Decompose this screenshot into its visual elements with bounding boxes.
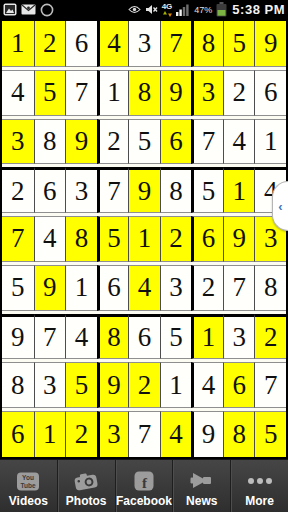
sudoku-cell-r5c6[interactable]: 2 — [160, 216, 192, 262]
status-bar: 4G 47% 5:38 PM — [0, 0, 288, 19]
clock: 5:38 PM — [231, 2, 285, 17]
youtube-icon: YouTube — [16, 469, 40, 493]
sudoku-cell-r9c3[interactable]: 2 — [65, 411, 97, 457]
sudoku-cell-r8c6[interactable]: 1 — [160, 362, 192, 408]
sudoku-area: 1264378594571893263892567412637985147485… — [0, 19, 288, 459]
camera-icon — [72, 469, 100, 493]
mute-icon — [145, 4, 158, 15]
sudoku-cell-r1c3[interactable]: 6 — [65, 21, 97, 67]
sudoku-cell-r5c4[interactable]: 5 — [97, 216, 129, 262]
news-button[interactable]: News — [172, 460, 230, 512]
sudoku-cell-r7c6[interactable]: 5 — [160, 314, 192, 360]
sudoku-cell-r2c1[interactable]: 4 — [2, 70, 34, 116]
sudoku-cell-r8c7[interactable]: 4 — [191, 362, 223, 408]
sudoku-cell-r2c3[interactable]: 7 — [65, 70, 97, 116]
sudoku-cell-r7c7[interactable]: 1 — [191, 314, 223, 360]
videos-label: Videos — [9, 494, 48, 508]
sudoku-cell-r4c2[interactable]: 6 — [34, 167, 66, 213]
battery-percent: 47% — [194, 5, 212, 15]
signal-icon — [176, 4, 190, 16]
network-4g-arrows-icon — [163, 11, 172, 17]
sudoku-cell-r9c8[interactable]: 8 — [223, 411, 255, 457]
sudoku-cell-r9c4[interactable]: 3 — [97, 411, 129, 457]
sudoku-cell-r7c2[interactable]: 7 — [34, 314, 66, 360]
sudoku-cell-r3c2[interactable]: 8 — [34, 119, 66, 165]
status-left-icons — [3, 3, 54, 17]
bottom-toolbar: YouTube Videos Photos f Facebook News Mo… — [0, 459, 288, 512]
sudoku-board: 1264378594571893263892567412637985147485… — [0, 19, 288, 459]
sudoku-cell-r1c4[interactable]: 4 — [97, 21, 129, 67]
sudoku-cell-r3c1[interactable]: 3 — [2, 119, 34, 165]
sudoku-cell-r6c2[interactable]: 9 — [34, 265, 66, 311]
network-type-label: 4G — [162, 3, 173, 11]
sudoku-cell-r2c7[interactable]: 3 — [191, 70, 223, 116]
sudoku-cell-r6c6[interactable]: 3 — [160, 265, 192, 311]
sudoku-cell-r2c4[interactable]: 1 — [97, 70, 129, 116]
sudoku-cell-r3c4[interactable]: 2 — [97, 119, 129, 165]
sudoku-cell-r7c4[interactable]: 8 — [97, 314, 129, 360]
photos-label: Photos — [66, 494, 107, 508]
videos-button[interactable]: YouTube Videos — [0, 460, 57, 512]
circle-icon — [40, 3, 54, 17]
sudoku-cell-r3c5[interactable]: 5 — [128, 119, 160, 165]
sudoku-cell-r8c4[interactable]: 9 — [97, 362, 129, 408]
sudoku-cell-r9c6[interactable]: 4 — [160, 411, 192, 457]
network-indicator: 4G — [162, 3, 173, 17]
sudoku-cell-r7c1[interactable]: 9 — [2, 314, 34, 360]
sudoku-cell-r6c8[interactable]: 7 — [223, 265, 255, 311]
sudoku-cell-r8c3[interactable]: 5 — [65, 362, 97, 408]
sudoku-cell-r2c2[interactable]: 5 — [34, 70, 66, 116]
sudoku-cell-r8c8[interactable]: 6 — [223, 362, 255, 408]
sudoku-cell-r8c9[interactable]: 7 — [254, 362, 286, 408]
sudoku-cell-r1c7[interactable]: 8 — [191, 21, 223, 67]
sudoku-cell-r4c4[interactable]: 7 — [97, 167, 129, 213]
facebook-icon: f — [134, 469, 154, 493]
sudoku-cell-r9c7[interactable]: 9 — [191, 411, 223, 457]
battery-icon — [216, 2, 227, 17]
sudoku-cell-r8c2[interactable]: 3 — [34, 362, 66, 408]
sudoku-cell-r1c2[interactable]: 2 — [34, 21, 66, 67]
facebook-button[interactable]: f Facebook — [115, 460, 173, 512]
sudoku-cell-r5c7[interactable]: 6 — [191, 216, 223, 262]
sudoku-cell-r1c5[interactable]: 3 — [128, 21, 160, 67]
sudoku-cell-r8c1[interactable]: 8 — [2, 362, 34, 408]
sudoku-cell-r2c8[interactable]: 2 — [223, 70, 255, 116]
sudoku-cell-r4c8[interactable]: 1 — [223, 167, 255, 213]
sudoku-cell-r8c5[interactable]: 2 — [128, 362, 160, 408]
sudoku-cell-r3c7[interactable]: 7 — [191, 119, 223, 165]
sudoku-cell-r4c1[interactable]: 2 — [2, 167, 34, 213]
sudoku-cell-r5c2[interactable]: 4 — [34, 216, 66, 262]
sudoku-cell-r5c5[interactable]: 1 — [128, 216, 160, 262]
sudoku-cell-r6c1[interactable]: 5 — [2, 265, 34, 311]
sudoku-cell-r2c9[interactable]: 6 — [254, 70, 286, 116]
sudoku-cell-r9c1[interactable]: 6 — [2, 411, 34, 457]
sudoku-cell-r7c8[interactable]: 3 — [223, 314, 255, 360]
sudoku-cell-r3c3[interactable]: 9 — [65, 119, 97, 165]
sudoku-cell-r6c9[interactable]: 8 — [254, 265, 286, 311]
more-label: More — [245, 494, 274, 508]
edge-panel-handle[interactable]: ‹ — [272, 181, 288, 231]
sudoku-cell-r9c2[interactable]: 1 — [34, 411, 66, 457]
photos-button[interactable]: Photos — [57, 460, 115, 512]
sudoku-cell-r4c5[interactable]: 9 — [128, 167, 160, 213]
more-icon — [247, 469, 273, 493]
sudoku-cell-r4c6[interactable]: 8 — [160, 167, 192, 213]
sudoku-cell-r4c7[interactable]: 5 — [191, 167, 223, 213]
sudoku-cell-r6c4[interactable]: 6 — [97, 265, 129, 311]
screenshot-icon — [3, 3, 17, 16]
sudoku-cell-r6c3[interactable]: 1 — [65, 265, 97, 311]
sudoku-cell-r1c1[interactable]: 1 — [2, 21, 34, 67]
sudoku-cell-r1c6[interactable]: 7 — [160, 21, 192, 67]
sudoku-cell-r7c5[interactable]: 6 — [128, 314, 160, 360]
sudoku-cell-r2c6[interactable]: 9 — [160, 70, 192, 116]
sudoku-cell-r7c9[interactable]: 2 — [254, 314, 286, 360]
more-button[interactable]: More — [230, 460, 288, 512]
status-right-icons: 4G 47% 5:38 PM — [128, 2, 285, 17]
sudoku-cell-r6c7[interactable]: 2 — [191, 265, 223, 311]
sudoku-cell-r1c9[interactable]: 9 — [254, 21, 286, 67]
svg-text:You: You — [22, 474, 34, 481]
news-label: News — [186, 494, 217, 508]
eye-icon — [128, 5, 141, 14]
sudoku-cell-r3c6[interactable]: 6 — [160, 119, 192, 165]
chevron-left-icon: ‹ — [278, 200, 282, 213]
sudoku-cell-r6c5[interactable]: 4 — [128, 265, 160, 311]
sudoku-cell-r4c3[interactable]: 3 — [65, 167, 97, 213]
sudoku-cell-r5c3[interactable]: 8 — [65, 216, 97, 262]
sudoku-cell-r3c8[interactable]: 4 — [223, 119, 255, 165]
sudoku-cell-r2c5[interactable]: 8 — [128, 70, 160, 116]
facebook-label: Facebook — [116, 494, 172, 508]
svg-text:Tube: Tube — [21, 481, 36, 488]
sudoku-cell-r3c9[interactable]: 1 — [254, 119, 286, 165]
sudoku-cell-r9c9[interactable]: 5 — [254, 411, 286, 457]
sudoku-cell-r1c8[interactable]: 5 — [223, 21, 255, 67]
sudoku-cell-r7c3[interactable]: 4 — [65, 314, 97, 360]
email-icon — [21, 4, 36, 15]
sudoku-cell-r5c1[interactable]: 7 — [2, 216, 34, 262]
megaphone-icon — [190, 469, 214, 493]
sudoku-cell-r9c5[interactable]: 7 — [128, 411, 160, 457]
sudoku-cell-r5c8[interactable]: 9 — [223, 216, 255, 262]
